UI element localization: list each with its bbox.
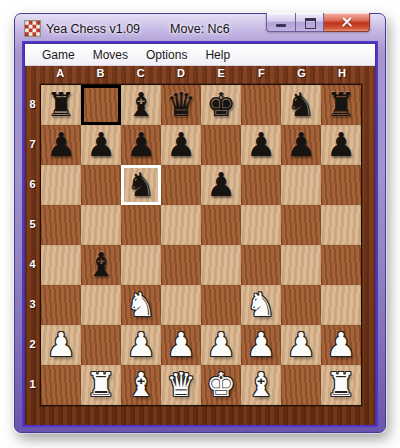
- square-a1[interactable]: [41, 365, 81, 405]
- square-f4[interactable]: [241, 245, 281, 285]
- rank-label-7: 7: [25, 124, 40, 164]
- square-h3[interactable]: [321, 285, 361, 325]
- piece-black-bishop: ♝: [81, 245, 121, 285]
- piece-white-pawn: ♟: [121, 325, 161, 365]
- square-f3[interactable]: ♞: [241, 285, 281, 325]
- square-a7[interactable]: ♟: [41, 125, 81, 165]
- square-f7[interactable]: ♟: [241, 125, 281, 165]
- square-g1[interactable]: [281, 365, 321, 405]
- piece-black-pawn: ♟: [81, 125, 121, 165]
- square-c2[interactable]: ♟: [121, 325, 161, 365]
- piece-black-pawn: ♟: [41, 125, 81, 165]
- square-e6[interactable]: ♟: [201, 165, 241, 205]
- square-b1[interactable]: ♜: [81, 365, 121, 405]
- window-title: Yea Chess v1.09: [46, 22, 140, 36]
- square-b4[interactable]: ♝: [81, 245, 121, 285]
- rank-labels: 87654321: [25, 84, 40, 404]
- square-e7[interactable]: [201, 125, 241, 165]
- file-label-c: C: [121, 67, 161, 79]
- piece-white-pawn: ♟: [281, 325, 321, 365]
- piece-white-pawn: ♟: [201, 325, 241, 365]
- piece-white-bishop: ♝: [121, 365, 161, 405]
- square-b8[interactable]: [81, 85, 121, 125]
- piece-black-knight: ♞: [281, 85, 321, 125]
- square-b2[interactable]: [81, 325, 121, 365]
- move-indicator: Move: Nc6: [170, 22, 230, 36]
- piece-black-pawn: ♟: [201, 165, 241, 205]
- piece-white-knight: ♞: [121, 285, 161, 325]
- square-d5[interactable]: [161, 205, 201, 245]
- square-c1[interactable]: ♝: [121, 365, 161, 405]
- menu-options[interactable]: Options: [137, 46, 196, 64]
- square-d2[interactable]: ♟: [161, 325, 201, 365]
- square-d6[interactable]: [161, 165, 201, 205]
- square-a5[interactable]: [41, 205, 81, 245]
- square-c8[interactable]: ♝: [121, 85, 161, 125]
- square-h4[interactable]: [321, 245, 361, 285]
- piece-white-rook: ♜: [81, 365, 121, 405]
- square-a2[interactable]: ♟: [41, 325, 81, 365]
- square-e2[interactable]: ♟: [201, 325, 241, 365]
- file-label-g: G: [282, 67, 322, 79]
- square-f5[interactable]: [241, 205, 281, 245]
- square-e1[interactable]: ♚: [201, 365, 241, 405]
- menu-game[interactable]: Game: [33, 46, 84, 64]
- square-a4[interactable]: [41, 245, 81, 285]
- piece-black-pawn: ♟: [321, 125, 361, 165]
- square-e5[interactable]: [201, 205, 241, 245]
- square-g5[interactable]: [281, 205, 321, 245]
- chess-board: ♜♝♛♚♞♜♟♟♟♟♟♟♟♞♟♝♞♞♟♟♟♟♟♟♟♜♝♛♚♝♜: [40, 84, 362, 406]
- menu-bar: Game Moves Options Help: [25, 44, 375, 66]
- square-g2[interactable]: ♟: [281, 325, 321, 365]
- square-d8[interactable]: ♛: [161, 85, 201, 125]
- piece-white-pawn: ♟: [241, 325, 281, 365]
- piece-black-king: ♚: [201, 85, 241, 125]
- square-c3[interactable]: ♞: [121, 285, 161, 325]
- maximize-icon: [305, 18, 316, 29]
- menu-help[interactable]: Help: [196, 46, 239, 64]
- piece-black-bishop: ♝: [121, 85, 161, 125]
- piece-white-pawn: ♟: [321, 325, 361, 365]
- square-h1[interactable]: ♜: [321, 365, 361, 405]
- square-b7[interactable]: ♟: [81, 125, 121, 165]
- piece-white-knight: ♞: [241, 285, 281, 325]
- square-h5[interactable]: [321, 205, 361, 245]
- rank-label-1: 1: [25, 364, 40, 404]
- file-label-b: B: [80, 67, 120, 79]
- maximize-button[interactable]: [295, 13, 324, 32]
- piece-white-pawn: ♟: [161, 325, 201, 365]
- piece-black-rook: ♜: [321, 85, 361, 125]
- rank-label-8: 8: [25, 84, 40, 124]
- square-b5[interactable]: [81, 205, 121, 245]
- square-h8[interactable]: ♜: [321, 85, 361, 125]
- piece-black-pawn: ♟: [281, 125, 321, 165]
- square-h7[interactable]: ♟: [321, 125, 361, 165]
- square-d3[interactable]: [161, 285, 201, 325]
- app-window: Yea Chess v1.09 Move: Nc6 Game Moves Opt…: [14, 13, 386, 433]
- piece-black-pawn: ♟: [121, 125, 161, 165]
- piece-black-pawn: ♟: [241, 125, 281, 165]
- square-a3[interactable]: [41, 285, 81, 325]
- square-f2[interactable]: ♟: [241, 325, 281, 365]
- square-c5[interactable]: [121, 205, 161, 245]
- square-e3[interactable]: [201, 285, 241, 325]
- square-d4[interactable]: [161, 245, 201, 285]
- rank-label-3: 3: [25, 284, 40, 324]
- titlebar[interactable]: Yea Chess v1.09 Move: Nc6: [24, 14, 376, 43]
- file-labels: ABCDEFGH: [40, 67, 362, 79]
- piece-black-queen: ♛: [161, 85, 201, 125]
- rank-label-5: 5: [25, 204, 40, 244]
- square-d1[interactable]: ♛: [161, 365, 201, 405]
- square-a8[interactable]: ♜: [41, 85, 81, 125]
- square-c4[interactable]: [121, 245, 161, 285]
- square-g4[interactable]: [281, 245, 321, 285]
- piece-white-king: ♚: [201, 365, 241, 405]
- square-h2[interactable]: ♟: [321, 325, 361, 365]
- close-button[interactable]: [324, 13, 370, 32]
- square-e8[interactable]: ♚: [201, 85, 241, 125]
- piece-black-rook: ♜: [41, 85, 81, 125]
- minimize-icon: [276, 24, 286, 27]
- file-label-e: E: [201, 67, 241, 79]
- square-f8[interactable]: [241, 85, 281, 125]
- square-g7[interactable]: ♟: [281, 125, 321, 165]
- file-label-d: D: [161, 67, 201, 79]
- rank-label-4: 4: [25, 244, 40, 284]
- client-area: Game Moves Options Help ABCDEFGH 8765432…: [24, 43, 376, 425]
- square-f1[interactable]: ♝: [241, 365, 281, 405]
- piece-white-rook: ♜: [321, 365, 361, 405]
- square-d7[interactable]: ♟: [161, 125, 201, 165]
- window-controls: [266, 13, 370, 31]
- square-b6[interactable]: [81, 165, 121, 205]
- piece-white-bishop: ♝: [241, 365, 281, 405]
- piece-black-pawn: ♟: [161, 125, 201, 165]
- minimize-button[interactable]: [266, 13, 295, 32]
- file-label-f: F: [241, 67, 281, 79]
- square-g8[interactable]: ♞: [281, 85, 321, 125]
- square-g6[interactable]: [281, 165, 321, 205]
- app-icon: [24, 20, 41, 37]
- board-frame: ABCDEFGH 87654321 ♜♝♛♚♞♜♟♟♟♟♟♟♟♞♟♝♞♞♟♟♟♟…: [25, 66, 375, 425]
- file-label-a: A: [40, 67, 80, 79]
- file-label-h: H: [322, 67, 362, 79]
- square-g3[interactable]: [281, 285, 321, 325]
- square-c6[interactable]: ♞: [121, 165, 161, 205]
- menu-moves[interactable]: Moves: [84, 46, 137, 64]
- square-a6[interactable]: [41, 165, 81, 205]
- square-e4[interactable]: [201, 245, 241, 285]
- square-b3[interactable]: [81, 285, 121, 325]
- piece-black-knight: ♞: [121, 165, 161, 205]
- piece-white-queen: ♛: [161, 365, 201, 405]
- square-h6[interactable]: [321, 165, 361, 205]
- square-c7[interactable]: ♟: [121, 125, 161, 165]
- piece-white-pawn: ♟: [41, 325, 81, 365]
- rank-label-2: 2: [25, 324, 40, 364]
- rank-label-6: 6: [25, 164, 40, 204]
- square-f6[interactable]: [241, 165, 281, 205]
